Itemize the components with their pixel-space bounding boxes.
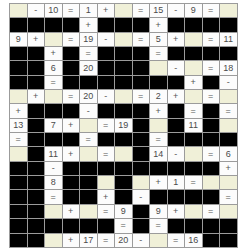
black-cell <box>203 133 220 146</box>
empty-cell[interactable] <box>150 234 167 247</box>
given-operator-cell: + <box>63 147 80 160</box>
black-cell <box>203 104 220 117</box>
given-operator-cell: = <box>185 104 202 117</box>
black-cell <box>203 119 220 132</box>
given-number-cell: 7 <box>45 119 62 132</box>
given-number-cell: 9 <box>10 33 27 46</box>
given-operator-cell: = <box>203 205 220 218</box>
black-cell <box>98 133 115 146</box>
given-number-cell: 20 <box>115 234 132 247</box>
black-cell <box>10 234 27 247</box>
given-operator-cell: = <box>45 76 62 89</box>
black-cell <box>98 61 115 74</box>
black-cell <box>63 133 80 146</box>
empty-cell[interactable] <box>115 33 132 46</box>
given-operator-cell: + <box>168 33 185 46</box>
black-cell <box>185 162 202 175</box>
black-cell <box>185 190 202 203</box>
black-cell <box>28 18 45 31</box>
black-cell <box>203 234 220 247</box>
black-cell <box>63 18 80 31</box>
empty-cell[interactable] <box>45 205 62 218</box>
black-cell <box>115 61 132 74</box>
black-cell <box>203 219 220 232</box>
given-number-cell: 13 <box>10 119 27 132</box>
black-cell <box>133 162 150 175</box>
given-number-cell: 11 <box>220 33 237 46</box>
black-cell <box>150 76 167 89</box>
empty-cell[interactable] <box>220 90 237 103</box>
black-cell <box>203 47 220 60</box>
black-cell <box>63 61 80 74</box>
black-cell <box>115 104 132 117</box>
black-cell <box>28 176 45 189</box>
black-cell <box>133 104 150 117</box>
black-cell <box>115 47 132 60</box>
empty-cell[interactable] <box>80 147 97 160</box>
given-operator-cell: + <box>150 18 167 31</box>
given-operator-cell: = <box>45 190 62 203</box>
black-cell <box>28 119 45 132</box>
black-cell <box>28 234 45 247</box>
given-operator-cell: - <box>168 61 185 74</box>
given-operator-cell: + <box>28 33 45 46</box>
empty-cell[interactable] <box>185 33 202 46</box>
given-operator-cell: + <box>63 234 80 247</box>
given-operator-cell: + <box>185 76 202 89</box>
black-cell <box>168 133 185 146</box>
given-number-cell: 11 <box>185 119 202 132</box>
given-operator-cell: + <box>63 119 80 132</box>
empty-cell[interactable] <box>185 147 202 160</box>
empty-cell[interactable] <box>185 61 202 74</box>
given-operator-cell: = <box>63 90 80 103</box>
black-cell <box>98 76 115 89</box>
black-cell <box>133 18 150 31</box>
given-operator-cell: - <box>98 90 115 103</box>
black-cell <box>45 133 62 146</box>
black-cell <box>63 190 80 203</box>
black-cell <box>63 104 80 117</box>
empty-cell[interactable] <box>45 33 62 46</box>
black-cell <box>98 162 115 175</box>
given-operator-cell: - <box>133 190 150 203</box>
black-cell <box>63 219 80 232</box>
black-cell <box>80 219 97 232</box>
given-number-cell: 19 <box>115 119 132 132</box>
given-operator-cell: - <box>133 234 150 247</box>
empty-cell[interactable] <box>220 119 237 132</box>
given-operator-cell: = <box>133 90 150 103</box>
black-cell <box>168 18 185 31</box>
given-operator-cell: = <box>98 234 115 247</box>
given-number-cell: 10 <box>45 4 62 17</box>
given-operator-cell: = <box>203 147 220 160</box>
given-operator-cell: = <box>63 33 80 46</box>
given-number-cell: 20 <box>80 90 97 103</box>
empty-cell[interactable] <box>80 119 97 132</box>
given-operator-cell: + <box>168 90 185 103</box>
black-cell <box>10 190 27 203</box>
black-cell <box>115 133 132 146</box>
given-operator-cell: + <box>28 90 45 103</box>
black-cell <box>45 104 62 117</box>
black-cell <box>28 104 45 117</box>
black-cell <box>133 76 150 89</box>
black-cell <box>168 119 185 132</box>
given-number-cell: 20 <box>80 61 97 74</box>
black-cell <box>115 176 132 189</box>
puzzle-grid: -10=1+=15-9=++9+=19-=5+=11+==620-=18=+-+… <box>9 3 238 248</box>
black-cell <box>28 162 45 175</box>
black-cell <box>115 18 132 31</box>
black-cell <box>168 76 185 89</box>
given-number-cell: 2 <box>150 90 167 103</box>
black-cell <box>133 119 150 132</box>
black-cell <box>80 162 97 175</box>
black-cell <box>80 190 97 203</box>
given-operator-cell: + <box>80 18 97 31</box>
black-cell <box>98 219 115 232</box>
black-cell <box>168 47 185 60</box>
given-operator-cell: = <box>220 104 237 117</box>
black-cell <box>168 104 185 117</box>
given-operator-cell: + <box>10 104 27 117</box>
given-operator-cell: = <box>203 33 220 46</box>
empty-cell[interactable] <box>185 90 202 103</box>
given-operator-cell: = <box>220 190 237 203</box>
given-operator-cell: = <box>150 133 167 146</box>
black-cell <box>203 76 220 89</box>
given-operator-cell: = <box>80 47 97 60</box>
given-number-cell: 16 <box>185 234 202 247</box>
black-cell <box>98 47 115 60</box>
empty-cell[interactable] <box>80 205 97 218</box>
empty-cell[interactable] <box>133 176 150 189</box>
black-cell <box>185 219 202 232</box>
black-cell <box>185 133 202 146</box>
black-cell <box>45 18 62 31</box>
given-number-cell: 19 <box>80 33 97 46</box>
given-operator-cell: + <box>220 162 237 175</box>
black-cell <box>115 190 132 203</box>
given-number-cell: 15 <box>150 4 167 17</box>
black-cell <box>133 219 150 232</box>
empty-cell[interactable] <box>150 61 167 74</box>
empty-cell[interactable] <box>115 90 132 103</box>
black-cell <box>168 162 185 175</box>
black-cell <box>150 162 167 175</box>
given-operator-cell: = <box>133 4 150 17</box>
empty-cell[interactable] <box>10 90 27 103</box>
given-operator-cell: = <box>203 4 220 17</box>
puzzle-board: -10=1+=15-9=++9+=19-=5+=11+==620-=18=+-+… <box>9 3 238 248</box>
given-number-cell: 1 <box>168 176 185 189</box>
black-cell <box>98 104 115 117</box>
black-cell <box>63 47 80 60</box>
given-operator-cell: + <box>98 190 115 203</box>
empty-cell[interactable] <box>45 90 62 103</box>
given-operator-cell: + <box>150 104 167 117</box>
black-cell <box>10 76 27 89</box>
empty-cell[interactable] <box>115 147 132 160</box>
black-cell <box>220 219 237 232</box>
given-operator-cell: = <box>80 133 97 146</box>
given-operator-cell: = <box>115 219 132 232</box>
empty-cell[interactable] <box>220 205 237 218</box>
black-cell <box>28 219 45 232</box>
empty-cell[interactable] <box>150 119 167 132</box>
given-operator-cell: = <box>150 47 167 60</box>
black-cell <box>10 219 27 232</box>
given-operator-cell: = <box>63 4 80 17</box>
given-operator-cell: - <box>80 104 97 117</box>
given-number-cell: 6 <box>220 147 237 160</box>
black-cell <box>28 147 45 160</box>
given-operator-cell: - <box>220 76 237 89</box>
black-cell <box>115 76 132 89</box>
black-cell <box>133 47 150 60</box>
given-operator-cell: = <box>98 205 115 218</box>
given-operator-cell: = <box>150 219 167 232</box>
given-operator-cell: + <box>168 205 185 218</box>
given-operator-cell: - <box>28 4 45 17</box>
black-cell <box>168 219 185 232</box>
given-number-cell: 11 <box>45 147 62 160</box>
empty-cell[interactable] <box>98 176 115 189</box>
given-number-cell: 14 <box>150 147 167 160</box>
given-operator-cell: - <box>168 4 185 17</box>
given-operator-cell: - <box>168 147 185 160</box>
black-cell <box>63 76 80 89</box>
black-cell <box>203 18 220 31</box>
given-operator-cell: + <box>45 47 62 60</box>
black-cell <box>28 47 45 60</box>
empty-cell[interactable] <box>220 4 237 17</box>
black-cell <box>168 190 185 203</box>
given-operator-cell: - <box>45 162 62 175</box>
black-cell <box>80 176 97 189</box>
black-cell <box>28 76 45 89</box>
empty-cell[interactable] <box>185 205 202 218</box>
given-number-cell: 9 <box>150 205 167 218</box>
black-cell <box>10 162 27 175</box>
black-cell <box>220 133 237 146</box>
given-operator-cell: = <box>203 90 220 103</box>
black-cell <box>63 176 80 189</box>
given-number-cell: 18 <box>220 61 237 74</box>
black-cell <box>10 61 27 74</box>
black-cell <box>28 190 45 203</box>
black-cell <box>63 162 80 175</box>
given-number-cell: 8 <box>45 176 62 189</box>
given-number-cell: 5 <box>150 33 167 46</box>
black-cell <box>203 190 220 203</box>
black-cell <box>28 61 45 74</box>
black-cell <box>98 18 115 31</box>
empty-cell[interactable] <box>203 176 220 189</box>
black-cell <box>203 162 220 175</box>
given-number-cell: 17 <box>80 234 97 247</box>
given-operator-cell: = <box>98 147 115 160</box>
black-cell <box>115 162 132 175</box>
black-cell <box>10 205 27 218</box>
empty-cell[interactable] <box>115 4 132 17</box>
given-operator-cell: + <box>150 176 167 189</box>
given-operator-cell: + <box>98 4 115 17</box>
given-operator-cell: = <box>133 33 150 46</box>
black-cell <box>185 47 202 60</box>
black-cell <box>220 234 237 247</box>
black-cell <box>28 205 45 218</box>
given-operator-cell: = <box>185 176 202 189</box>
given-number-cell: 9 <box>115 205 132 218</box>
black-cell <box>10 47 27 60</box>
given-number-cell: 9 <box>185 4 202 17</box>
given-operator-cell: = <box>203 61 220 74</box>
given-number-cell: 1 <box>80 4 97 17</box>
empty-cell[interactable] <box>220 176 237 189</box>
black-cell <box>133 147 150 160</box>
black-cell <box>10 176 27 189</box>
empty-cell[interactable] <box>45 234 62 247</box>
black-cell <box>28 133 45 146</box>
given-number-cell: 6 <box>45 61 62 74</box>
black-cell <box>133 61 150 74</box>
empty-cell[interactable] <box>10 147 27 160</box>
given-operator-cell: + <box>63 205 80 218</box>
black-cell <box>10 18 27 31</box>
given-operator-cell: = <box>98 119 115 132</box>
black-cell <box>133 133 150 146</box>
black-cell <box>80 76 97 89</box>
black-cell <box>220 18 237 31</box>
black-cell <box>133 205 150 218</box>
black-cell <box>45 219 62 232</box>
given-operator-cell: = <box>10 133 27 146</box>
empty-cell[interactable] <box>10 4 27 17</box>
black-cell <box>150 190 167 203</box>
black-cell <box>185 18 202 31</box>
given-operator-cell: = <box>168 234 185 247</box>
given-operator-cell: - <box>98 33 115 46</box>
black-cell <box>220 47 237 60</box>
